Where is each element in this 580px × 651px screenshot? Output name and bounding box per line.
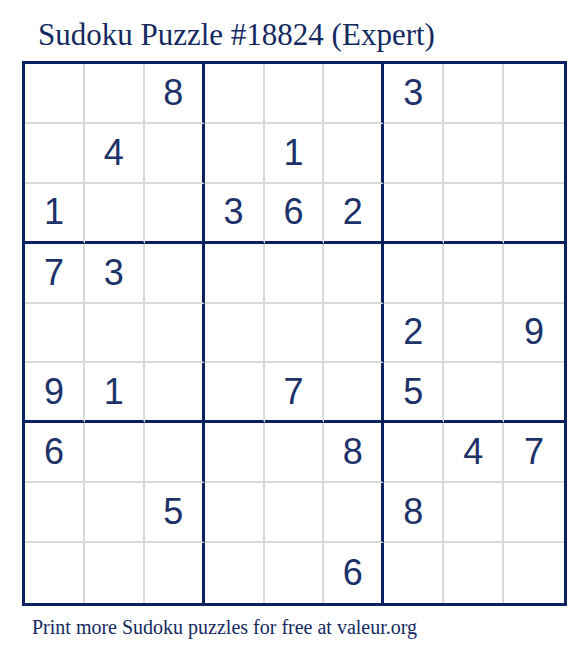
cell-r8c1[interactable]: [25, 483, 85, 543]
cell-r4c8[interactable]: [444, 244, 504, 304]
cell-r1c5[interactable]: [265, 64, 325, 124]
cell-r2c2[interactable]: 4: [85, 124, 145, 184]
cell-r9c8[interactable]: [444, 543, 504, 603]
given-digit: 1: [44, 194, 64, 230]
cell-r1c2[interactable]: [85, 64, 145, 124]
cell-r8c7[interactable]: 8: [384, 483, 444, 543]
cell-r5c6[interactable]: [324, 304, 384, 364]
cell-r1c3[interactable]: 8: [145, 64, 205, 124]
cell-r1c1[interactable]: [25, 64, 85, 124]
cell-r1c6[interactable]: [324, 64, 384, 124]
cell-r8c6[interactable]: [324, 483, 384, 543]
cell-r5c4[interactable]: [205, 304, 265, 364]
cell-r7c5[interactable]: [265, 423, 325, 483]
given-digit: 6: [283, 194, 303, 230]
cell-r2c5[interactable]: 1: [265, 124, 325, 184]
page-title: Sudoku Puzzle #18824 (Expert): [38, 19, 435, 50]
cell-r6c2[interactable]: 1: [85, 363, 145, 423]
cell-r3c4[interactable]: 3: [205, 184, 265, 244]
cell-r4c5[interactable]: [265, 244, 325, 304]
footer-text: Print more Sudoku puzzles for free at va…: [32, 617, 417, 637]
cell-r3c5[interactable]: 6: [265, 184, 325, 244]
cell-r2c4[interactable]: [205, 124, 265, 184]
given-digit: 3: [403, 75, 423, 111]
cell-r5c5[interactable]: [265, 304, 325, 364]
cell-r3c7[interactable]: [384, 184, 444, 244]
cell-r7c3[interactable]: [145, 423, 205, 483]
cell-r9c4[interactable]: [205, 543, 265, 603]
given-digit: 1: [283, 135, 303, 171]
sudoku-board: 83411362732991756847586: [22, 61, 567, 606]
given-digit: 2: [403, 314, 423, 350]
cell-r5c8[interactable]: [444, 304, 504, 364]
cell-r8c5[interactable]: [265, 483, 325, 543]
cell-r7c9[interactable]: 7: [504, 423, 564, 483]
cell-r4c6[interactable]: [324, 244, 384, 304]
cell-r7c8[interactable]: 4: [444, 423, 504, 483]
cell-r8c4[interactable]: [205, 483, 265, 543]
cell-r8c9[interactable]: [504, 483, 564, 543]
given-digit: 8: [403, 494, 423, 530]
given-digit: 2: [343, 194, 363, 230]
cell-r6c1[interactable]: 9: [25, 363, 85, 423]
cell-r7c7[interactable]: [384, 423, 444, 483]
given-digit: 9: [44, 374, 64, 410]
given-digit: 4: [463, 434, 483, 470]
cell-r6c6[interactable]: [324, 363, 384, 423]
cell-r7c4[interactable]: [205, 423, 265, 483]
cell-r9c9[interactable]: [504, 543, 564, 603]
cell-r2c7[interactable]: [384, 124, 444, 184]
cell-r5c2[interactable]: [85, 304, 145, 364]
given-digit: 6: [44, 434, 64, 470]
cell-r1c8[interactable]: [444, 64, 504, 124]
given-digit: 8: [163, 75, 183, 111]
given-digit: 8: [343, 434, 363, 470]
cell-r4c9[interactable]: [504, 244, 564, 304]
cell-r5c7[interactable]: 2: [384, 304, 444, 364]
cell-r2c6[interactable]: [324, 124, 384, 184]
given-digit: 4: [104, 135, 124, 171]
given-digit: 6: [343, 555, 363, 591]
cell-r6c3[interactable]: [145, 363, 205, 423]
cell-r8c2[interactable]: [85, 483, 145, 543]
cell-r7c2[interactable]: [85, 423, 145, 483]
cell-r1c9[interactable]: [504, 64, 564, 124]
given-digit: 3: [224, 194, 244, 230]
cell-r8c3[interactable]: 5: [145, 483, 205, 543]
cell-r9c7[interactable]: [384, 543, 444, 603]
cell-r3c8[interactable]: [444, 184, 504, 244]
cell-r3c1[interactable]: 1: [25, 184, 85, 244]
cell-r8c8[interactable]: [444, 483, 504, 543]
cell-r3c6[interactable]: 2: [324, 184, 384, 244]
given-digit: 5: [403, 374, 423, 410]
cell-r2c1[interactable]: [25, 124, 85, 184]
cell-r9c3[interactable]: [145, 543, 205, 603]
given-digit: 3: [104, 255, 124, 291]
cell-r3c9[interactable]: [504, 184, 564, 244]
cell-r9c5[interactable]: [265, 543, 325, 603]
given-digit: 5: [163, 494, 183, 530]
cell-r2c9[interactable]: [504, 124, 564, 184]
given-digit: 7: [283, 374, 303, 410]
cell-r6c9[interactable]: [504, 363, 564, 423]
cell-r5c9[interactable]: 9: [504, 304, 564, 364]
cell-r4c4[interactable]: [205, 244, 265, 304]
cell-r2c8[interactable]: [444, 124, 504, 184]
cell-r4c2[interactable]: 3: [85, 244, 145, 304]
cell-r4c7[interactable]: [384, 244, 444, 304]
given-digit: 1: [104, 374, 124, 410]
cell-r1c7[interactable]: 3: [384, 64, 444, 124]
cell-r9c2[interactable]: [85, 543, 145, 603]
cell-r6c8[interactable]: [444, 363, 504, 423]
cell-r6c4[interactable]: [205, 363, 265, 423]
cell-r6c7[interactable]: 5: [384, 363, 444, 423]
cell-r5c1[interactable]: [25, 304, 85, 364]
given-digit: 7: [524, 434, 544, 470]
cell-r7c6[interactable]: 8: [324, 423, 384, 483]
cell-r7c1[interactable]: 6: [25, 423, 85, 483]
cell-r9c6[interactable]: 6: [324, 543, 384, 603]
given-digit: 9: [524, 314, 544, 350]
cell-r1c4[interactable]: [205, 64, 265, 124]
cell-r5c3[interactable]: [145, 304, 205, 364]
cell-r6c5[interactable]: 7: [265, 363, 325, 423]
given-digit: 7: [44, 255, 64, 291]
cell-r2c3[interactable]: [145, 124, 205, 184]
cell-r4c3[interactable]: [145, 244, 205, 304]
cell-r4c1[interactable]: 7: [25, 244, 85, 304]
cell-r9c1[interactable]: [25, 543, 85, 603]
cell-r3c3[interactable]: [145, 184, 205, 244]
cell-r3c2[interactable]: [85, 184, 145, 244]
